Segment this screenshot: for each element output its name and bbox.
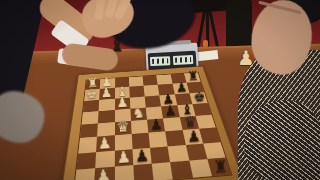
square-f6[interactable] xyxy=(165,130,185,146)
black-pawn[interactable]: ♟ xyxy=(162,103,179,119)
chess-board-area: ♜♟♜♚♟♝♟♟♟♚♞♟♝♛♟♛♟♟♟♟♟♜ xyxy=(48,53,244,180)
square-g3[interactable]: ♟ xyxy=(114,149,133,167)
white-pawn[interactable]: ♟ xyxy=(93,166,114,180)
square-d4[interactable]: ♞ xyxy=(130,108,147,121)
black-pawn[interactable]: ♟ xyxy=(132,147,152,166)
square-g7[interactable] xyxy=(185,143,207,160)
square-h3[interactable] xyxy=(114,165,134,180)
square-d2[interactable] xyxy=(98,110,114,124)
black-pawn[interactable]: ♟ xyxy=(147,116,165,133)
black-rook[interactable]: ♜ xyxy=(210,157,230,176)
white-pawn[interactable]: ♟ xyxy=(96,134,115,152)
square-b2[interactable]: ♟ xyxy=(99,88,114,100)
square-c2[interactable] xyxy=(99,98,115,111)
square-f7[interactable]: ♟ xyxy=(182,129,203,145)
right-player-sleeve xyxy=(244,100,320,180)
square-h2[interactable]: ♟ xyxy=(94,166,114,180)
white-knight[interactable]: ♞ xyxy=(130,105,147,121)
square-h8[interactable]: ♜ xyxy=(207,157,231,176)
square-c5[interactable] xyxy=(145,95,162,107)
square-h4[interactable] xyxy=(133,163,154,180)
photo-scene: ♝ ♟ ♜♟♜♚♟♝♟♟♟♚♞♟♝♛♟♛♟♟♟♟♟♜ xyxy=(0,0,320,180)
square-f2[interactable]: ♟ xyxy=(96,136,114,152)
square-g4[interactable]: ♟ xyxy=(132,147,151,164)
black-pawn[interactable]: ♟ xyxy=(184,127,203,145)
square-e5[interactable]: ♟ xyxy=(147,118,165,132)
square-e4[interactable] xyxy=(131,120,149,135)
white-pawn[interactable]: ♟ xyxy=(113,148,133,167)
square-f1[interactable] xyxy=(78,137,97,153)
white-queen[interactable]: ♛ xyxy=(114,119,132,136)
square-h7[interactable] xyxy=(189,159,212,178)
black-pawn[interactable]: ♟ xyxy=(173,80,189,95)
chess-board[interactable]: ♜♟♜♚♟♝♟♟♟♚♞♟♝♛♟♛♟♟♟♟♟♜ xyxy=(73,72,232,180)
board-frame: ♜♟♜♚♟♝♟♟♟♚♞♟♝♛♟♛♟♟♟♟♟♜ xyxy=(59,66,245,180)
